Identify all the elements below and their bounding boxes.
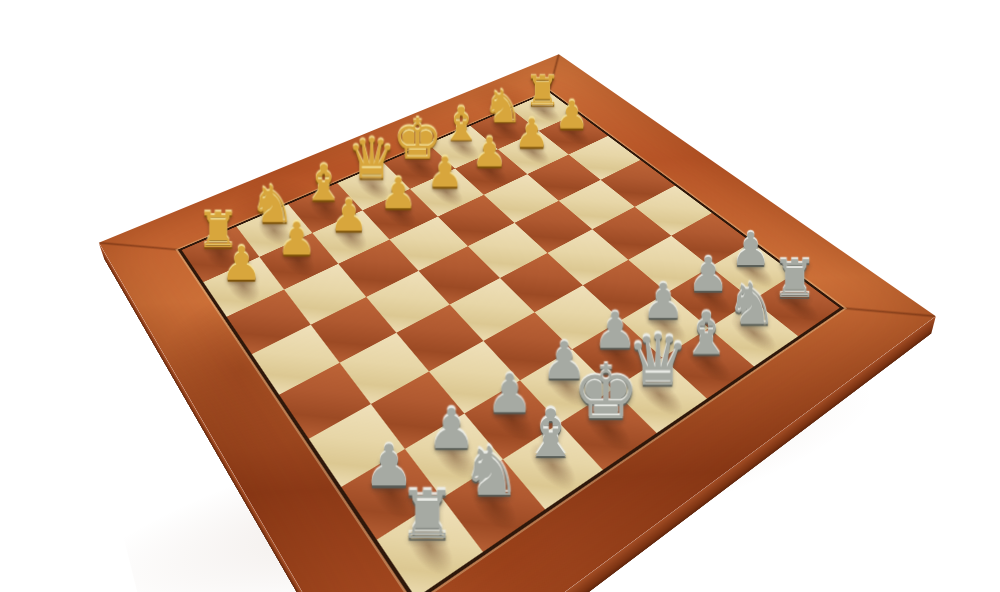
silver-rook: ♜: [369, 482, 486, 547]
chess-set-photo: ♜♞♝♚♛♝♞♜♟♟♟♟♟♟♟♟♟♟♟♟♟♟♟♟♜♞♝♛♚♝♞♜: [0, 0, 1000, 592]
perspective-wrapper: ♜♞♝♚♛♝♞♜♟♟♟♟♟♟♟♟♟♟♟♟♟♟♟♟♜♞♝♛♚♝♞♜: [0, 0, 1000, 592]
chess-board: ♜♞♝♚♛♝♞♜♟♟♟♟♟♟♟♟♟♟♟♟♟♟♟♟♜♞♝♛♚♝♞♜: [99, 54, 936, 592]
gold-pawn: ♟: [196, 240, 287, 286]
